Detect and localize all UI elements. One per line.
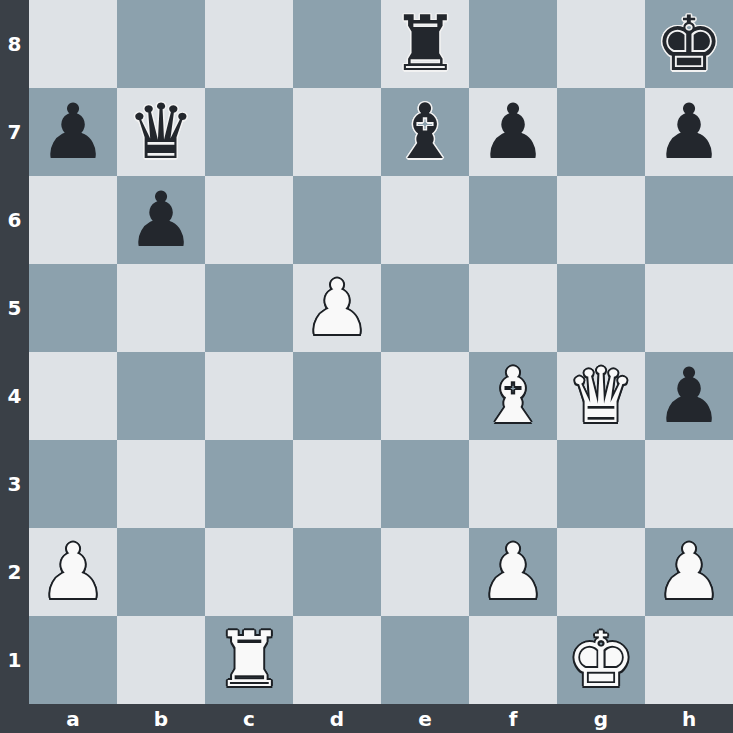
square-d6[interactable] bbox=[293, 176, 381, 264]
square-f7[interactable]: ♟ bbox=[469, 88, 557, 176]
square-g1[interactable]: ♚ bbox=[557, 616, 645, 704]
file-labels: abcdefgh bbox=[29, 704, 733, 733]
square-a8[interactable] bbox=[29, 0, 117, 88]
square-g8[interactable] bbox=[557, 0, 645, 88]
square-h3[interactable] bbox=[645, 440, 733, 528]
black-pawn-piece[interactable]: ♟ bbox=[127, 176, 195, 264]
rank-label-4: 4 bbox=[0, 352, 29, 440]
square-d1[interactable] bbox=[293, 616, 381, 704]
square-a7[interactable]: ♟ bbox=[29, 88, 117, 176]
square-h7[interactable]: ♟ bbox=[645, 88, 733, 176]
square-h5[interactable] bbox=[645, 264, 733, 352]
square-a6[interactable] bbox=[29, 176, 117, 264]
square-g6[interactable] bbox=[557, 176, 645, 264]
square-c7[interactable] bbox=[205, 88, 293, 176]
white-rook-piece[interactable]: ♜ bbox=[215, 616, 283, 704]
square-b5[interactable] bbox=[117, 264, 205, 352]
black-rook-piece[interactable]: ♜ bbox=[391, 0, 459, 88]
black-pawn-piece[interactable]: ♟ bbox=[655, 352, 723, 440]
square-e4[interactable] bbox=[381, 352, 469, 440]
square-d4[interactable] bbox=[293, 352, 381, 440]
rank-label-2: 2 bbox=[0, 528, 29, 616]
square-a1[interactable] bbox=[29, 616, 117, 704]
square-d8[interactable] bbox=[293, 0, 381, 88]
square-f3[interactable] bbox=[469, 440, 557, 528]
square-f5[interactable] bbox=[469, 264, 557, 352]
square-e3[interactable] bbox=[381, 440, 469, 528]
square-g3[interactable] bbox=[557, 440, 645, 528]
square-e1[interactable] bbox=[381, 616, 469, 704]
square-e5[interactable] bbox=[381, 264, 469, 352]
square-a5[interactable] bbox=[29, 264, 117, 352]
square-h8[interactable]: ♚ bbox=[645, 0, 733, 88]
chess-board[interactable]: ♜♚♟♛♝♟♟♟♟♝♛♟♟♟♟♜♚ bbox=[29, 0, 733, 704]
square-f8[interactable] bbox=[469, 0, 557, 88]
rank-label-8: 8 bbox=[0, 0, 29, 88]
square-b4[interactable] bbox=[117, 352, 205, 440]
white-bishop-piece[interactable]: ♝ bbox=[479, 352, 547, 440]
square-e6[interactable] bbox=[381, 176, 469, 264]
file-label-c: c bbox=[205, 704, 293, 733]
white-pawn-piece[interactable]: ♟ bbox=[655, 528, 723, 616]
black-pawn-piece[interactable]: ♟ bbox=[39, 88, 107, 176]
rank-label-5: 5 bbox=[0, 264, 29, 352]
square-f2[interactable]: ♟ bbox=[469, 528, 557, 616]
square-g2[interactable] bbox=[557, 528, 645, 616]
square-c8[interactable] bbox=[205, 0, 293, 88]
chess-board-app: 87654321 ♜♚♟♛♝♟♟♟♟♝♛♟♟♟♟♜♚ abcdefgh bbox=[0, 0, 733, 733]
rank-label-6: 6 bbox=[0, 176, 29, 264]
file-label-h: h bbox=[645, 704, 733, 733]
square-b2[interactable] bbox=[117, 528, 205, 616]
square-d2[interactable] bbox=[293, 528, 381, 616]
square-c1[interactable]: ♜ bbox=[205, 616, 293, 704]
square-g4[interactable]: ♛ bbox=[557, 352, 645, 440]
square-b1[interactable] bbox=[117, 616, 205, 704]
file-label-f: f bbox=[469, 704, 557, 733]
square-g5[interactable] bbox=[557, 264, 645, 352]
square-e8[interactable]: ♜ bbox=[381, 0, 469, 88]
square-b6[interactable]: ♟ bbox=[117, 176, 205, 264]
black-queen-piece[interactable]: ♛ bbox=[127, 88, 195, 176]
black-bishop-piece[interactable]: ♝ bbox=[391, 88, 459, 176]
square-g7[interactable] bbox=[557, 88, 645, 176]
file-label-d: d bbox=[293, 704, 381, 733]
file-label-g: g bbox=[557, 704, 645, 733]
file-label-e: e bbox=[381, 704, 469, 733]
white-queen-piece[interactable]: ♛ bbox=[567, 352, 635, 440]
black-pawn-piece[interactable]: ♟ bbox=[655, 88, 723, 176]
rank-label-1: 1 bbox=[0, 616, 29, 704]
square-a2[interactable]: ♟ bbox=[29, 528, 117, 616]
square-f4[interactable]: ♝ bbox=[469, 352, 557, 440]
rank-labels: 87654321 bbox=[0, 0, 29, 704]
square-a4[interactable] bbox=[29, 352, 117, 440]
square-c3[interactable] bbox=[205, 440, 293, 528]
square-c4[interactable] bbox=[205, 352, 293, 440]
white-king-piece[interactable]: ♚ bbox=[567, 616, 635, 704]
square-b7[interactable]: ♛ bbox=[117, 88, 205, 176]
rank-label-7: 7 bbox=[0, 88, 29, 176]
white-pawn-piece[interactable]: ♟ bbox=[303, 264, 371, 352]
black-king-piece[interactable]: ♚ bbox=[655, 0, 723, 88]
square-a3[interactable] bbox=[29, 440, 117, 528]
square-f6[interactable] bbox=[469, 176, 557, 264]
square-f1[interactable] bbox=[469, 616, 557, 704]
square-d7[interactable] bbox=[293, 88, 381, 176]
white-pawn-piece[interactable]: ♟ bbox=[39, 528, 107, 616]
square-c2[interactable] bbox=[205, 528, 293, 616]
square-c6[interactable] bbox=[205, 176, 293, 264]
square-h2[interactable]: ♟ bbox=[645, 528, 733, 616]
square-b8[interactable] bbox=[117, 0, 205, 88]
square-e2[interactable] bbox=[381, 528, 469, 616]
square-b3[interactable] bbox=[117, 440, 205, 528]
square-h6[interactable] bbox=[645, 176, 733, 264]
white-pawn-piece[interactable]: ♟ bbox=[479, 528, 547, 616]
square-c5[interactable] bbox=[205, 264, 293, 352]
black-pawn-piece[interactable]: ♟ bbox=[479, 88, 547, 176]
file-label-a: a bbox=[29, 704, 117, 733]
square-h4[interactable]: ♟ bbox=[645, 352, 733, 440]
square-d5[interactable]: ♟ bbox=[293, 264, 381, 352]
square-e7[interactable]: ♝ bbox=[381, 88, 469, 176]
square-d3[interactable] bbox=[293, 440, 381, 528]
rank-label-3: 3 bbox=[0, 440, 29, 528]
file-label-b: b bbox=[117, 704, 205, 733]
square-h1[interactable] bbox=[645, 616, 733, 704]
